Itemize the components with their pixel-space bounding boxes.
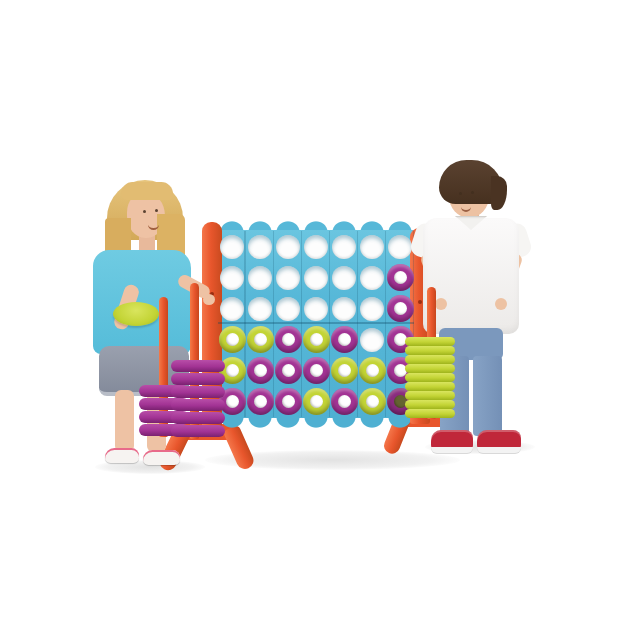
cell-r3c7 (386, 293, 414, 324)
cell-r2c1 (218, 262, 246, 293)
purple-ring (171, 399, 225, 411)
cell-r6c2 (246, 386, 274, 417)
purple-disc (331, 326, 358, 353)
empty-hole (360, 297, 384, 321)
cell-r4c6 (358, 324, 386, 355)
purple-disc (247, 357, 274, 384)
purple-disc (275, 357, 302, 384)
post-screw (418, 300, 422, 304)
empty-hole (220, 235, 244, 259)
purple-disc (387, 295, 414, 322)
green-ring (405, 355, 455, 364)
green-ring (405, 364, 455, 373)
cell-r1c2 (246, 231, 274, 262)
green-disc (331, 357, 358, 384)
cell-r1c1 (218, 231, 246, 262)
purple-ring (171, 386, 225, 398)
empty-hole (332, 235, 356, 259)
purple-ring (171, 373, 225, 385)
green-disc (219, 326, 246, 353)
empty-hole (332, 297, 356, 321)
cell-r4c1 (218, 324, 246, 355)
cell-r3c5 (330, 293, 358, 324)
empty-hole (332, 266, 356, 290)
cell-r5c5 (330, 355, 358, 386)
purple-disc (247, 388, 274, 415)
girl-eye (143, 210, 146, 213)
green-ring (405, 409, 455, 418)
empty-hole (248, 297, 272, 321)
cell-r3c6 (358, 293, 386, 324)
cell-r2c6 (358, 262, 386, 293)
green-ring (405, 373, 455, 382)
green-ring (405, 391, 455, 400)
green-disc (359, 357, 386, 384)
connect-four-grid (218, 231, 414, 417)
cell-r2c3 (274, 262, 302, 293)
empty-hole (360, 235, 384, 259)
cell-r2c2 (246, 262, 274, 293)
board-bottom-scallop (218, 417, 414, 430)
cell-r6c3 (274, 386, 302, 417)
boy-eye (471, 191, 474, 194)
green-ring (405, 346, 455, 355)
purple-disc (275, 326, 302, 353)
boy-polo-shirt (423, 218, 519, 334)
cell-r2c5 (330, 262, 358, 293)
cell-r3c3 (274, 293, 302, 324)
sneaker-sole (431, 447, 473, 453)
empty-hole (360, 328, 384, 352)
boy-red-sneaker (431, 430, 473, 449)
purple-disc (303, 357, 330, 384)
purple-ring (171, 360, 225, 372)
girl-eye (155, 209, 158, 212)
boy-hand (435, 298, 447, 310)
sneaker-sole (477, 447, 521, 453)
empty-hole (276, 297, 300, 321)
empty-hole (276, 235, 300, 259)
green-ring (405, 382, 455, 391)
cell-r4c4 (302, 324, 330, 355)
cell-r6c5 (330, 386, 358, 417)
cell-r3c4 (302, 293, 330, 324)
cell-r5c6 (358, 355, 386, 386)
boy-red-sneaker (477, 430, 521, 449)
empty-hole (220, 266, 244, 290)
cell-r1c3 (274, 231, 302, 262)
boy-hand (495, 298, 507, 310)
empty-hole (304, 297, 328, 321)
empty-hole (304, 266, 328, 290)
green-disc (303, 388, 330, 415)
girl-held-green-ring (113, 302, 159, 326)
green-ring-stack (405, 337, 455, 418)
green-disc (303, 326, 330, 353)
cell-r2c4 (302, 262, 330, 293)
empty-hole (220, 297, 244, 321)
empty-hole (360, 266, 384, 290)
empty-hole (248, 235, 272, 259)
cell-r3c2 (246, 293, 274, 324)
boy-jeans-leg (473, 356, 502, 436)
purple-disc (387, 264, 414, 291)
cell-r1c4 (302, 231, 330, 262)
cell-r2c7 (386, 262, 414, 293)
cell-r5c3 (274, 355, 302, 386)
green-disc (359, 388, 386, 415)
cell-r5c2 (246, 355, 274, 386)
cell-r4c2 (246, 324, 274, 355)
girl-hair-fringe (121, 182, 173, 200)
cell-r6c4 (302, 386, 330, 417)
boy-hair-flick (491, 176, 507, 210)
green-ring (405, 337, 455, 346)
cell-r1c6 (358, 231, 386, 262)
cell-r4c3 (274, 324, 302, 355)
girl-shoe (105, 448, 139, 463)
boy-eye (459, 192, 462, 195)
product-photo-giant-connect-four (0, 0, 625, 625)
empty-hole (388, 235, 412, 259)
cell-r5c4 (302, 355, 330, 386)
purple-disc (331, 388, 358, 415)
cell-r1c5 (330, 231, 358, 262)
board-mid-seam (218, 322, 414, 324)
purple-ring-stack-inner (171, 360, 225, 438)
girl-leg (115, 390, 134, 452)
girl-shoe (143, 450, 180, 465)
purple-disc (275, 388, 302, 415)
cell-r3c1 (218, 293, 246, 324)
green-disc (247, 326, 274, 353)
empty-hole (304, 235, 328, 259)
girl-right-hand (203, 294, 215, 305)
empty-hole (276, 266, 300, 290)
green-ring (405, 400, 455, 409)
cell-r4c5 (330, 324, 358, 355)
cell-r6c6 (358, 386, 386, 417)
empty-hole (248, 266, 272, 290)
purple-ring (171, 412, 225, 424)
purple-ring (171, 425, 225, 437)
